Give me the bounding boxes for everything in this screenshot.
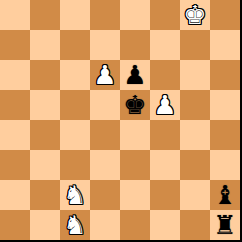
square-f1[interactable] (150, 210, 180, 240)
square-b7[interactable] (30, 30, 60, 60)
square-e1[interactable] (120, 210, 150, 240)
piece-white-pawn[interactable]: ♟ (93, 60, 116, 90)
square-d4[interactable] (90, 120, 120, 150)
square-d6[interactable]: ♟ (90, 60, 120, 90)
square-b3[interactable] (30, 150, 60, 180)
square-b4[interactable] (30, 120, 60, 150)
square-f3[interactable] (150, 150, 180, 180)
square-d1[interactable] (90, 210, 120, 240)
piece-black-bishop[interactable]: ♝ (213, 180, 236, 210)
square-g6[interactable] (180, 60, 210, 90)
square-h4[interactable] (210, 120, 240, 150)
square-c6[interactable] (60, 60, 90, 90)
square-b6[interactable] (30, 60, 60, 90)
piece-white-knight[interactable]: ♞ (63, 210, 86, 240)
square-c8[interactable] (60, 0, 90, 30)
square-c4[interactable] (60, 120, 90, 150)
square-a5[interactable] (0, 90, 30, 120)
square-f4[interactable] (150, 120, 180, 150)
square-c1[interactable]: ♞ (60, 210, 90, 240)
square-e3[interactable] (120, 150, 150, 180)
square-g1[interactable] (180, 210, 210, 240)
piece-black-pawn[interactable]: ♟ (123, 60, 146, 90)
square-d2[interactable] (90, 180, 120, 210)
square-a1[interactable] (0, 210, 30, 240)
square-d7[interactable] (90, 30, 120, 60)
square-e6[interactable]: ♟ (120, 60, 150, 90)
square-g4[interactable] (180, 120, 210, 150)
square-g3[interactable] (180, 150, 210, 180)
square-c5[interactable] (60, 90, 90, 120)
square-g7[interactable] (180, 30, 210, 60)
square-h5[interactable] (210, 90, 240, 120)
square-b1[interactable] (30, 210, 60, 240)
square-g8[interactable]: ♚ (180, 0, 210, 30)
square-a8[interactable] (0, 0, 30, 30)
square-d8[interactable] (90, 0, 120, 30)
square-f8[interactable] (150, 0, 180, 30)
square-h7[interactable] (210, 30, 240, 60)
square-c3[interactable] (60, 150, 90, 180)
piece-white-knight[interactable]: ♞ (63, 180, 86, 210)
square-c2[interactable]: ♞ (60, 180, 90, 210)
piece-black-king[interactable]: ♚ (123, 90, 146, 120)
square-d5[interactable] (90, 90, 120, 120)
square-d3[interactable] (90, 150, 120, 180)
square-f5[interactable]: ♟ (150, 90, 180, 120)
square-f6[interactable] (150, 60, 180, 90)
square-e5[interactable]: ♚ (120, 90, 150, 120)
square-a3[interactable] (0, 150, 30, 180)
piece-black-rook[interactable]: ♜ (213, 210, 236, 240)
square-g2[interactable] (180, 180, 210, 210)
square-b2[interactable] (30, 180, 60, 210)
square-a6[interactable] (0, 60, 30, 90)
square-h6[interactable] (210, 60, 240, 90)
square-f2[interactable] (150, 180, 180, 210)
square-a2[interactable] (0, 180, 30, 210)
square-e8[interactable] (120, 0, 150, 30)
square-f7[interactable] (150, 30, 180, 60)
square-h1[interactable]: ♜ (210, 210, 240, 240)
square-e7[interactable] (120, 30, 150, 60)
square-b8[interactable] (30, 0, 60, 30)
square-g5[interactable] (180, 90, 210, 120)
chess-board: ♚♟♟♚♟♞♝♞♜ (0, 0, 240, 240)
square-a4[interactable] (0, 120, 30, 150)
square-h2[interactable]: ♝ (210, 180, 240, 210)
piece-white-king[interactable]: ♚ (183, 0, 206, 30)
square-b5[interactable] (30, 90, 60, 120)
square-c7[interactable] (60, 30, 90, 60)
square-a7[interactable] (0, 30, 30, 60)
square-h3[interactable] (210, 150, 240, 180)
chess-board-frame: ♚♟♟♚♟♞♝♞♜ (0, 0, 242, 242)
square-e4[interactable] (120, 120, 150, 150)
square-h8[interactable] (210, 0, 240, 30)
piece-white-pawn[interactable]: ♟ (153, 90, 176, 120)
square-e2[interactable] (120, 180, 150, 210)
